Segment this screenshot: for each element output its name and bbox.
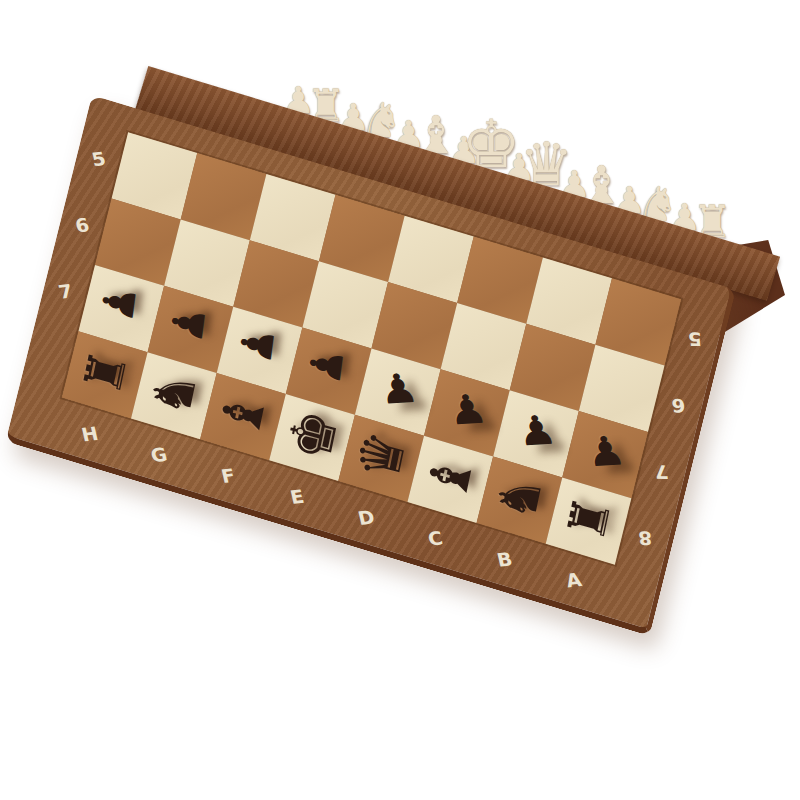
file-label-F: F — [219, 466, 236, 486]
file-label-H: H — [80, 424, 100, 444]
rank-label-left-5: 5 — [90, 149, 108, 169]
black-pawn-b7-piece: ♟ — [514, 409, 559, 452]
black-pawn-a7-piece: ♟ — [583, 430, 628, 473]
rank-label-left-6: 6 — [73, 215, 91, 235]
rank-label-right-6: 6 — [671, 396, 686, 415]
file-label-E: E — [289, 487, 306, 507]
file-label-A: A — [564, 570, 583, 590]
black-pawn-d7-piece: ♟ — [376, 368, 421, 411]
rank-label-left-7: 7 — [57, 282, 75, 302]
rank-label-right-7: 7 — [654, 462, 669, 481]
rank-label-right-8: 8 — [638, 529, 653, 548]
file-label-D: D — [356, 508, 376, 528]
file-label-C: C — [426, 529, 444, 549]
file-label-G: G — [149, 445, 169, 465]
chess-set-photo: ♟♜♟♞♟♝♟♚♟♛♟♝♟♞♟♜ 5675678HGFEDCBA ♟♟♟♟♟♟♟… — [0, 0, 800, 800]
rank-label-right-5: 5 — [687, 330, 702, 349]
file-label-B: B — [495, 550, 514, 570]
black-pawn-c7-piece: ♟ — [445, 388, 490, 431]
